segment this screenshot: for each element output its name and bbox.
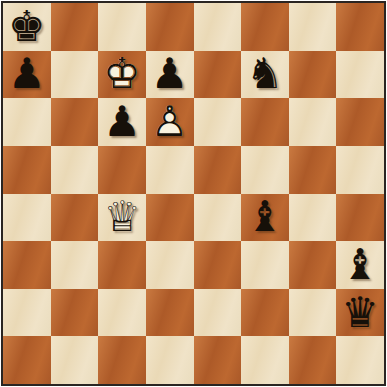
square-f4[interactable]: ♝ xyxy=(241,194,289,242)
square-b1[interactable] xyxy=(51,336,99,384)
square-f8[interactable] xyxy=(241,3,289,51)
black-bishop-f4[interactable]: ♝ xyxy=(241,194,289,242)
square-a5[interactable] xyxy=(3,146,51,194)
square-f2[interactable] xyxy=(241,289,289,337)
square-b4[interactable] xyxy=(51,194,99,242)
square-g4[interactable] xyxy=(289,194,337,242)
square-e8[interactable] xyxy=(194,3,242,51)
square-e7[interactable] xyxy=(194,51,242,99)
white-pawn-outline-glyph: ♙ xyxy=(151,101,189,143)
square-b8[interactable] xyxy=(51,3,99,51)
black-bishop-glyph: ♝ xyxy=(341,244,379,286)
chess-board: ♚♟♚♔♟♞♟♟♙♛♕♝♝♛ xyxy=(3,3,384,384)
square-h7[interactable] xyxy=(336,51,384,99)
square-d4[interactable] xyxy=(146,194,194,242)
square-f7[interactable]: ♞ xyxy=(241,51,289,99)
square-b7[interactable] xyxy=(51,51,99,99)
square-f3[interactable] xyxy=(241,241,289,289)
square-h8[interactable] xyxy=(336,3,384,51)
square-a6[interactable] xyxy=(3,98,51,146)
square-h1[interactable] xyxy=(336,336,384,384)
square-a3[interactable] xyxy=(3,241,51,289)
square-f6[interactable] xyxy=(241,98,289,146)
square-h2[interactable]: ♛ xyxy=(336,289,384,337)
square-e5[interactable] xyxy=(194,146,242,194)
square-c1[interactable] xyxy=(98,336,146,384)
square-c7[interactable]: ♚♔ xyxy=(98,51,146,99)
square-g7[interactable] xyxy=(289,51,337,99)
black-knight-f7[interactable]: ♞ xyxy=(241,51,289,99)
square-a8[interactable]: ♚ xyxy=(3,3,51,51)
black-pawn-c6[interactable]: ♟ xyxy=(98,98,146,146)
square-e3[interactable] xyxy=(194,241,242,289)
black-pawn-glyph: ♟ xyxy=(103,101,141,143)
square-h3[interactable]: ♝ xyxy=(336,241,384,289)
square-c2[interactable] xyxy=(98,289,146,337)
black-queen-glyph: ♛ xyxy=(341,292,379,334)
square-a2[interactable] xyxy=(3,289,51,337)
square-e2[interactable] xyxy=(194,289,242,337)
square-h4[interactable] xyxy=(336,194,384,242)
white-pawn-d6[interactable]: ♟♙ xyxy=(146,98,194,146)
black-king-glyph: ♚ xyxy=(8,6,46,48)
square-c6[interactable]: ♟ xyxy=(98,98,146,146)
black-bishop-h3[interactable]: ♝ xyxy=(336,241,384,289)
square-g5[interactable] xyxy=(289,146,337,194)
square-d7[interactable]: ♟ xyxy=(146,51,194,99)
square-b3[interactable] xyxy=(51,241,99,289)
square-a4[interactable] xyxy=(3,194,51,242)
square-c3[interactable] xyxy=(98,241,146,289)
square-d1[interactable] xyxy=(146,336,194,384)
square-g8[interactable] xyxy=(289,3,337,51)
square-a1[interactable] xyxy=(3,336,51,384)
square-b2[interactable] xyxy=(51,289,99,337)
white-king-c7[interactable]: ♚♔ xyxy=(98,51,146,99)
board-frame: ♚♟♚♔♟♞♟♟♙♛♕♝♝♛ xyxy=(1,1,386,386)
white-king-outline-glyph: ♔ xyxy=(103,53,141,95)
square-d2[interactable] xyxy=(146,289,194,337)
black-bishop-glyph: ♝ xyxy=(246,196,284,238)
square-c5[interactable] xyxy=(98,146,146,194)
square-b6[interactable] xyxy=(51,98,99,146)
square-c4[interactable]: ♛♕ xyxy=(98,194,146,242)
square-e4[interactable] xyxy=(194,194,242,242)
white-queen-c4[interactable]: ♛♕ xyxy=(98,194,146,242)
square-d3[interactable] xyxy=(146,241,194,289)
square-h6[interactable] xyxy=(336,98,384,146)
square-d8[interactable] xyxy=(146,3,194,51)
square-e6[interactable] xyxy=(194,98,242,146)
square-e1[interactable] xyxy=(194,336,242,384)
black-king-a8[interactable]: ♚ xyxy=(3,3,51,51)
square-f5[interactable] xyxy=(241,146,289,194)
square-c8[interactable] xyxy=(98,3,146,51)
black-pawn-glyph: ♟ xyxy=(8,53,46,95)
square-g6[interactable] xyxy=(289,98,337,146)
square-g2[interactable] xyxy=(289,289,337,337)
white-queen-outline-glyph: ♕ xyxy=(103,196,141,238)
square-f1[interactable] xyxy=(241,336,289,384)
square-a7[interactable]: ♟ xyxy=(3,51,51,99)
square-b5[interactable] xyxy=(51,146,99,194)
square-g1[interactable] xyxy=(289,336,337,384)
black-knight-glyph: ♞ xyxy=(246,53,284,95)
square-d6[interactable]: ♟♙ xyxy=(146,98,194,146)
square-g3[interactable] xyxy=(289,241,337,289)
black-pawn-d7[interactable]: ♟ xyxy=(146,51,194,99)
square-d5[interactable] xyxy=(146,146,194,194)
black-queen-h2[interactable]: ♛ xyxy=(336,289,384,337)
black-pawn-glyph: ♟ xyxy=(151,53,189,95)
square-h5[interactable] xyxy=(336,146,384,194)
black-pawn-a7[interactable]: ♟ xyxy=(3,51,51,99)
